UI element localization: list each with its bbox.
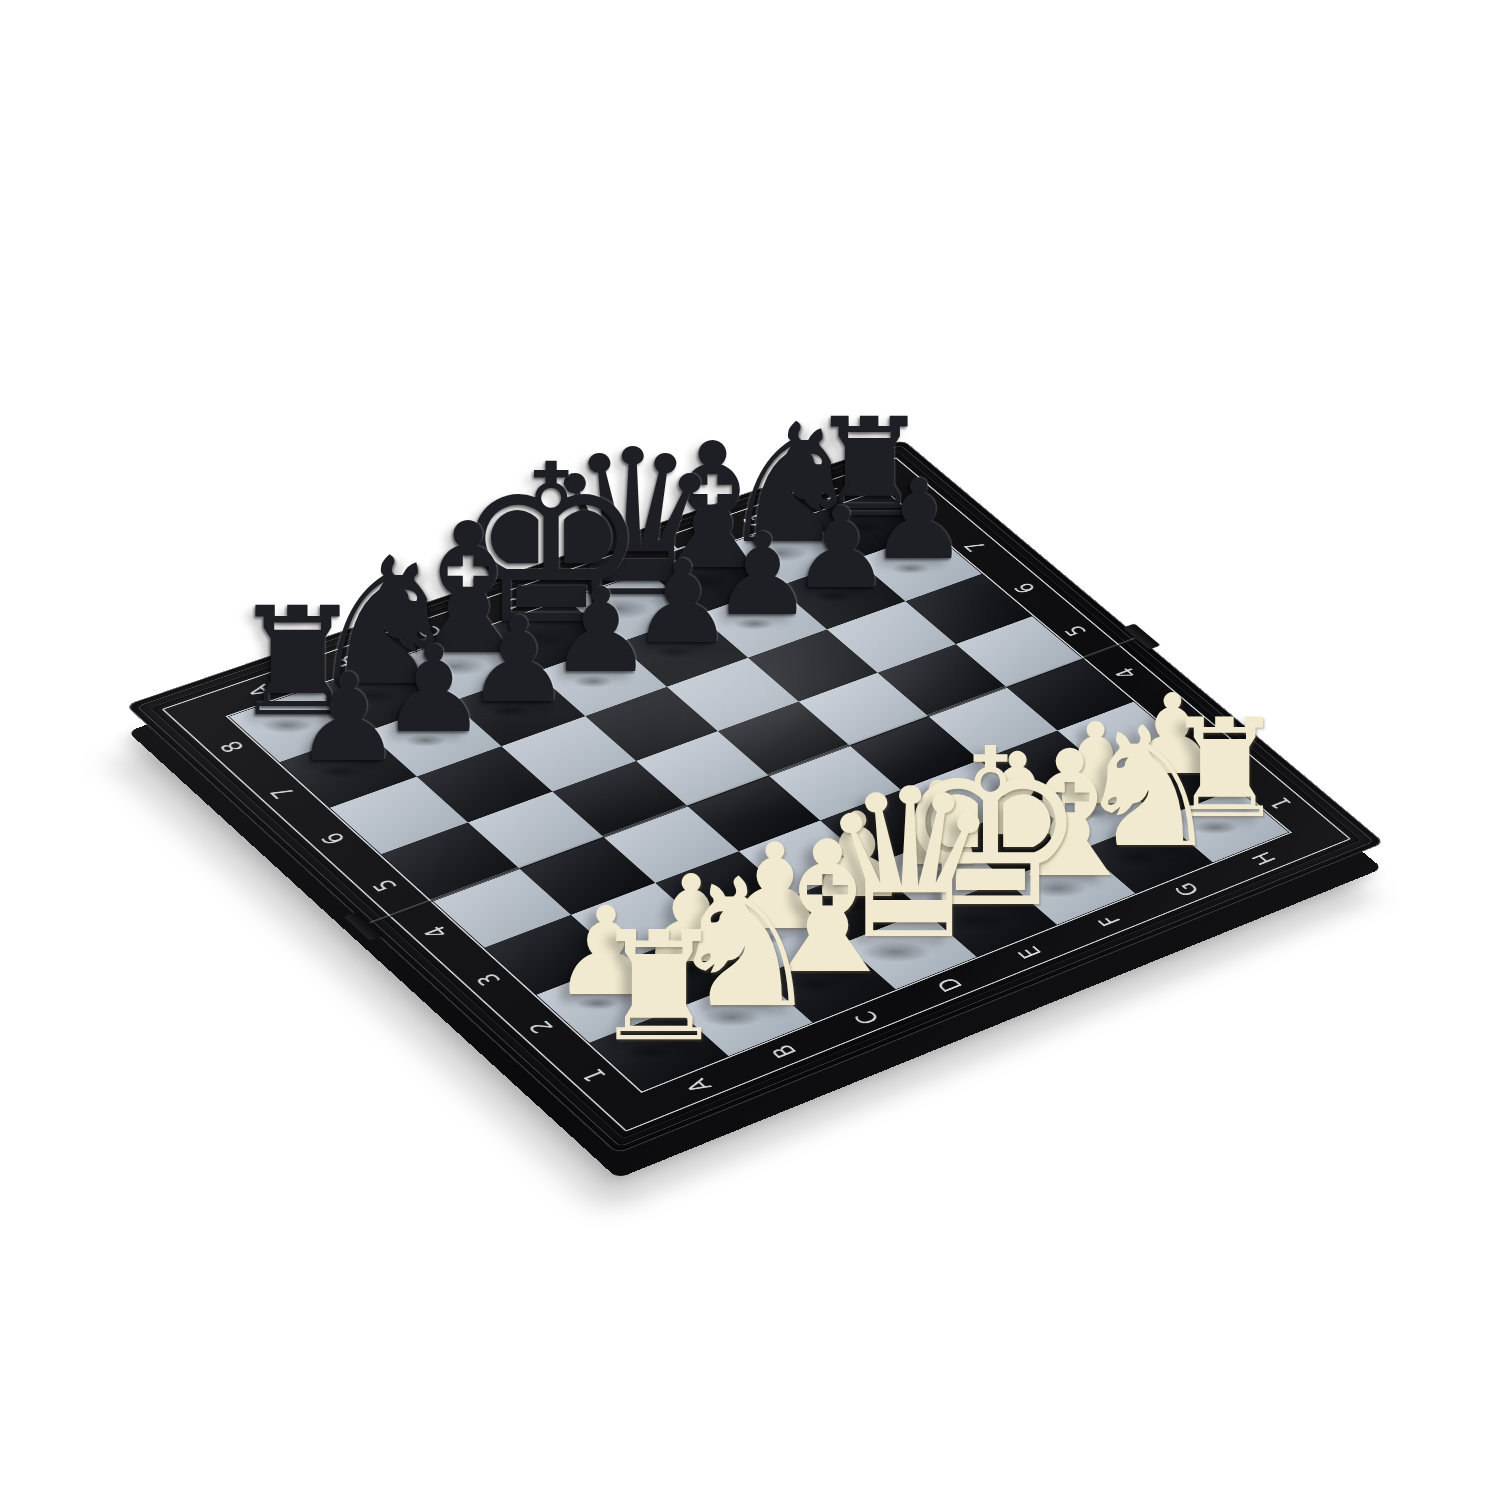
right-hinge — [1123, 624, 1160, 650]
product-photo-scene: AABBCCDDEEFFGGHH8877665544332211 ♜♞♝♚♛♝♞… — [0, 0, 1500, 1500]
chess-board: AABBCCDDEEFFGGHH8877665544332211 — [127, 441, 1382, 1153]
